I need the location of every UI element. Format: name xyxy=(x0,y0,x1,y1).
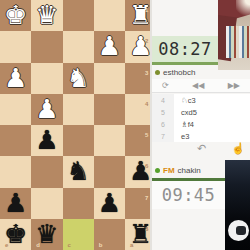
square-e1[interactable]: ♚ xyxy=(0,0,31,31)
white-piece-a2[interactable]: ♟ xyxy=(125,31,150,62)
square-c4[interactable] xyxy=(63,94,94,125)
black-piece-b7[interactable]: ♟ xyxy=(94,188,125,219)
rank-label-7: 7 xyxy=(145,195,148,201)
file-label-d: d xyxy=(36,242,40,248)
webcam-top xyxy=(218,0,250,70)
square-a2[interactable]: ♟ xyxy=(125,31,150,62)
square-e5[interactable] xyxy=(0,125,31,156)
white-piece-e1[interactable]: ♚ xyxy=(0,0,31,31)
square-a8[interactable]: ♜ xyxy=(125,219,150,250)
black-piece-a6[interactable]: ♟ xyxy=(125,156,150,187)
square-c2[interactable] xyxy=(63,31,94,62)
white-piece-a1[interactable]: ♜ xyxy=(125,0,150,31)
clock-top-underline xyxy=(152,62,218,65)
white-piece-e3[interactable]: ♟ xyxy=(0,63,31,94)
chess-board: ♚♛♜♟♟♟♞♟♟♞♟♟♟♚♛♜ edcba12345678 xyxy=(0,0,150,250)
bottles-shape xyxy=(226,26,250,58)
move-row-6[interactable]: 6♗f4 xyxy=(152,118,250,130)
clock-top: 08:27 xyxy=(152,36,218,62)
move-number: 5 xyxy=(152,106,174,118)
square-c1[interactable] xyxy=(63,0,94,31)
webcam-badge-circle xyxy=(228,220,249,241)
square-b7[interactable]: ♟ xyxy=(94,188,125,219)
square-c7[interactable] xyxy=(63,188,94,219)
white-piece-b2[interactable]: ♟ xyxy=(94,31,125,62)
square-c5[interactable] xyxy=(63,125,94,156)
black-piece-e7[interactable]: ♟ xyxy=(0,188,31,219)
cycle-icon[interactable]: ⟳ xyxy=(162,81,169,90)
square-b5[interactable] xyxy=(94,125,125,156)
square-b6[interactable] xyxy=(94,156,125,187)
black-piece-d5[interactable]: ♟ xyxy=(31,125,62,156)
file-label-a: a xyxy=(130,242,133,248)
square-a1[interactable]: ♜ xyxy=(125,0,150,31)
player-bottom-name[interactable]: chakin xyxy=(178,166,201,175)
action-bar: ↶☝ xyxy=(192,140,250,156)
file-label-e: e xyxy=(5,242,8,248)
square-b3[interactable] xyxy=(94,63,125,94)
thumb-icon[interactable]: ☝ xyxy=(231,142,245,155)
rank-label-4: 4 xyxy=(145,101,148,107)
clock-bottom: 09:45 xyxy=(152,181,225,209)
rank-label-8: 8 xyxy=(145,226,148,232)
square-d2[interactable] xyxy=(31,31,62,62)
square-e4[interactable] xyxy=(0,94,31,125)
file-label-c: c xyxy=(68,242,71,248)
move-list: 4♘c35cxd56♗f47e3 xyxy=(152,94,250,142)
rank-label-6: 6 xyxy=(145,163,148,169)
move-row-4[interactable]: 4♘c3 xyxy=(152,94,250,106)
square-d5[interactable]: ♟ xyxy=(31,125,62,156)
rank-label-1: 1 xyxy=(145,7,148,13)
rank-label-5: 5 xyxy=(145,132,148,138)
square-d3[interactable] xyxy=(31,63,62,94)
black-piece-c6[interactable]: ♞ xyxy=(63,156,94,187)
stream-overlay: ♚♛♜♟♟♟♞♟♟♞♟♟♟♚♛♜ edcba12345678 08:27 est… xyxy=(0,0,250,250)
player-bottom-title: FM xyxy=(163,166,175,175)
status-dot-top xyxy=(155,70,160,75)
move-text[interactable]: cxd5 xyxy=(174,108,197,117)
square-e2[interactable] xyxy=(0,31,31,62)
webcam-badge-mark xyxy=(236,226,246,235)
status-dot-bottom xyxy=(155,168,160,173)
square-b1[interactable] xyxy=(94,0,125,31)
white-piece-d4[interactable]: ♟ xyxy=(31,94,62,125)
move-number: 4 xyxy=(152,94,174,106)
move-nav-bar: ⟳◀◀▶▶ xyxy=(152,79,250,93)
file-label-b: b xyxy=(99,242,103,248)
square-b2[interactable]: ♟ xyxy=(94,31,125,62)
move-number: 7 xyxy=(152,130,174,142)
square-b4[interactable] xyxy=(94,94,125,125)
move-text[interactable]: e3 xyxy=(174,132,189,141)
webcam-bottom xyxy=(225,160,250,250)
rank-label-3: 3 xyxy=(145,70,148,76)
square-c6[interactable]: ♞ xyxy=(63,156,94,187)
board-grid: ♚♛♜♟♟♟♞♟♟♞♟♟♟♚♛♜ xyxy=(0,0,150,250)
square-e7[interactable]: ♟ xyxy=(0,188,31,219)
square-a7[interactable] xyxy=(125,188,150,219)
move-number: 6 xyxy=(152,118,174,130)
square-e6[interactable] xyxy=(0,156,31,187)
skip-back-icon[interactable]: ◀◀ xyxy=(192,81,204,90)
square-d4[interactable]: ♟ xyxy=(31,94,62,125)
takeback-icon[interactable]: ↶ xyxy=(197,142,206,155)
black-piece-a8[interactable]: ♜ xyxy=(125,219,150,250)
white-piece-c3[interactable]: ♞ xyxy=(63,63,94,94)
skip-forward-icon[interactable]: ▶▶ xyxy=(228,81,240,90)
player-top-name[interactable]: esthobch xyxy=(163,68,195,77)
square-a4[interactable] xyxy=(125,94,150,125)
square-e3[interactable]: ♟ xyxy=(0,63,31,94)
square-a5[interactable] xyxy=(125,125,150,156)
light-glow xyxy=(236,0,250,18)
rank-label-2: 2 xyxy=(145,38,148,44)
white-piece-d1[interactable]: ♛ xyxy=(31,0,62,31)
square-a6[interactable]: ♟ xyxy=(125,156,150,187)
square-a3[interactable] xyxy=(125,63,150,94)
square-d6[interactable] xyxy=(31,156,62,187)
square-c3[interactable]: ♞ xyxy=(63,63,94,94)
move-text[interactable]: ♗f4 xyxy=(174,120,194,129)
square-d1[interactable]: ♛ xyxy=(31,0,62,31)
move-row-5[interactable]: 5cxd5 xyxy=(152,106,250,118)
square-d7[interactable] xyxy=(31,188,62,219)
move-text[interactable]: ♘c3 xyxy=(174,96,196,105)
